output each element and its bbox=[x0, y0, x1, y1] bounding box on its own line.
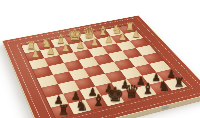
piece-black-knight[interactable]: ♞ bbox=[75, 98, 88, 112]
piece-black-bishop[interactable]: ♝ bbox=[92, 93, 106, 108]
piece-black-queen[interactable]: ♛ bbox=[124, 82, 140, 100]
piece-black-rook[interactable]: ♜ bbox=[174, 76, 185, 89]
piece-black-rook[interactable]: ♜ bbox=[58, 103, 70, 117]
piece-black-knight[interactable]: ♞ bbox=[158, 79, 170, 92]
piece-white-pawn[interactable]: ♟ bbox=[90, 38, 98, 47]
piece-white-pawn[interactable]: ♟ bbox=[46, 47, 55, 57]
piece-white-pawn[interactable]: ♟ bbox=[31, 50, 40, 60]
product-photo-scene: ♜♞♝♚♛♝♞♜♟♟♟♟♟♟♟♟♟♟♟♟♟♟♟♟♜♞♝♚♛♝♞♜ bbox=[0, 0, 200, 118]
piece-black-bishop[interactable]: ♝ bbox=[141, 81, 154, 96]
piece-white-pawn[interactable]: ♟ bbox=[105, 35, 113, 44]
piece-white-pawn[interactable]: ♟ bbox=[61, 44, 70, 54]
piece-white-pawn[interactable]: ♟ bbox=[132, 30, 140, 39]
piece-white-pawn[interactable]: ♟ bbox=[76, 41, 84, 50]
chess-board: ♜♞♝♚♛♝♞♜♟♟♟♟♟♟♟♟♟♟♟♟♟♟♟♟♜♞♝♚♛♝♞♜ bbox=[2, 15, 200, 118]
piece-white-pawn[interactable]: ♟ bbox=[118, 32, 126, 41]
clasp-latch-icon bbox=[162, 105, 169, 110]
piece-black-king[interactable]: ♚ bbox=[107, 85, 124, 104]
